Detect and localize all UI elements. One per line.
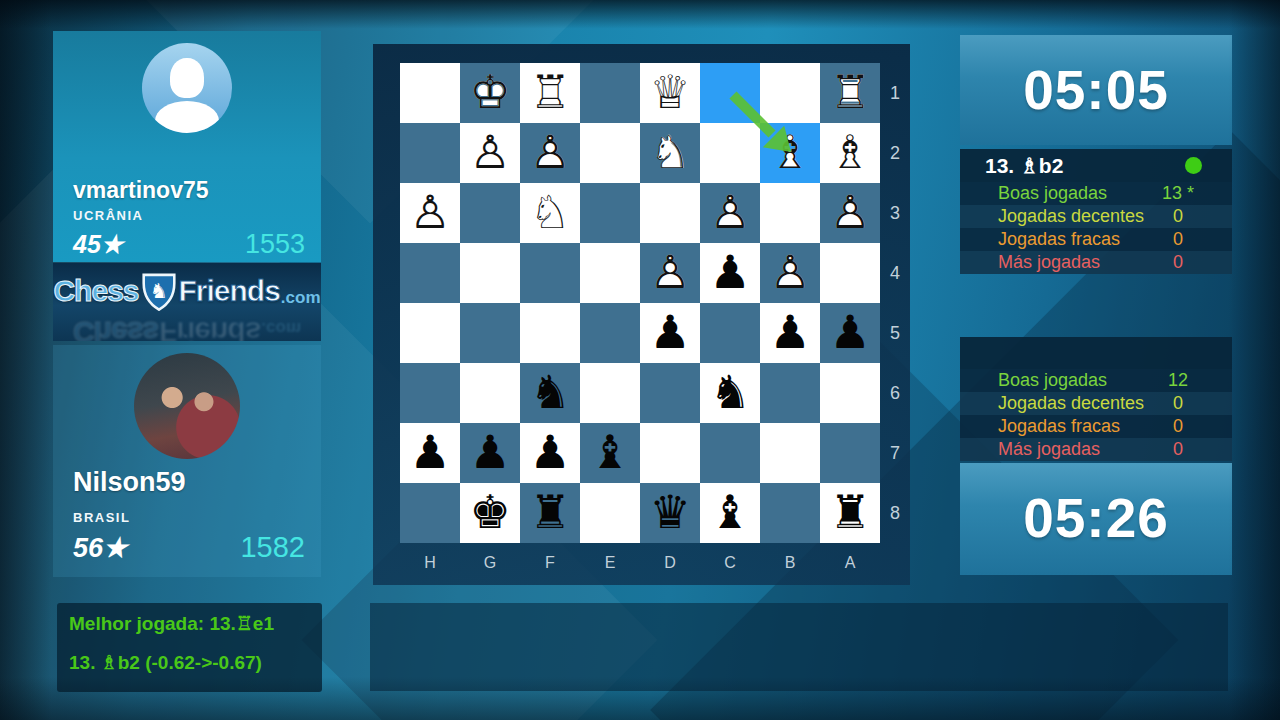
- board-squares: ♚♔♜♖♛♕♜♖♟♙♟♙♞♘♝♗♝♗♟♙♞♘♟♙♟♙♟♙♟♟♙♟♟♟♞♞♟♟♟♝…: [400, 63, 880, 543]
- player-name-black: Nilson59: [73, 467, 186, 498]
- piece-bQ-d8[interactable]: ♛: [640, 483, 700, 543]
- piece-wR-a1[interactable]: ♜♖: [820, 63, 880, 123]
- avatar-placeholder-icon: [142, 43, 232, 133]
- player-rating-black: 1582: [240, 531, 305, 564]
- file-label-B: B: [760, 543, 820, 585]
- piece-wP-f2[interactable]: ♟♙: [520, 123, 580, 183]
- message-bar: [370, 603, 1228, 691]
- last-move-row: 13. ♗b2: [960, 149, 1232, 182]
- file-label-G: G: [460, 543, 520, 585]
- file-label-F: F: [520, 543, 580, 585]
- stats-rows-white: Boas jogadas13 *Jogadas decentes0Jogadas…: [960, 182, 1232, 274]
- player-country-black: BRASIL: [73, 510, 130, 525]
- square-b1[interactable]: [760, 63, 820, 123]
- piece-bP-d5[interactable]: ♟: [640, 303, 700, 363]
- square-f4[interactable]: [520, 243, 580, 303]
- rank-label-5: 5: [880, 303, 910, 363]
- player-rating-row-black: 56★ 1582: [73, 531, 305, 564]
- file-label-A: A: [820, 543, 880, 585]
- move-stats-black: Boas jogadas12Jogadas decentes0Jogadas f…: [960, 337, 1232, 461]
- good-move-dot-icon: [1185, 157, 1202, 174]
- stat-value: 0: [1145, 251, 1211, 274]
- player-card-black: Nilson59 BRASIL 56★ 1582: [53, 345, 321, 577]
- piece-bP-g7[interactable]: ♟: [460, 423, 520, 483]
- piece-bB-c8[interactable]: ♝: [700, 483, 760, 543]
- piece-wQ-d1[interactable]: ♛♕: [640, 63, 700, 123]
- stat-value: 0: [1145, 438, 1211, 461]
- square-d3[interactable]: [640, 183, 700, 243]
- player-card-white: vmartinov75 UCRÂNIA 45★ 1553: [53, 31, 321, 262]
- stat-row-jogadas-decentes: Jogadas decentes0: [960, 392, 1232, 415]
- stat-label: Jogadas fracas: [960, 229, 1120, 249]
- site-logo: Chess ♞ Friends .com: [53, 271, 321, 311]
- stat-label: Boas jogadas: [960, 370, 1107, 390]
- piece-wN-f3[interactable]: ♞♘: [520, 183, 580, 243]
- square-h5[interactable]: [400, 303, 460, 363]
- piece-bR-f8[interactable]: ♜: [520, 483, 580, 543]
- stat-label: Más jogadas: [960, 252, 1100, 272]
- rank-label-7: 7: [880, 423, 910, 483]
- square-h2[interactable]: [400, 123, 460, 183]
- file-label-E: E: [580, 543, 640, 585]
- logo-word-friends: Friends: [179, 274, 280, 308]
- square-a4[interactable]: [820, 243, 880, 303]
- piece-wR-f1[interactable]: ♜♖: [520, 63, 580, 123]
- player-rating-white: 1553: [245, 229, 305, 260]
- move-stats-white: 13. ♗b2 Boas jogadas13 *Jogadas decentes…: [960, 149, 1232, 274]
- stat-label: Boas jogadas: [960, 183, 1107, 203]
- analysis-box: Melhor jogada: 13.♖e1 13. ♗b2 (-0.62->-0…: [57, 603, 322, 692]
- app-window: vmartinov75 UCRÂNIA 45★ 1553 Chess ♞ Fri…: [0, 0, 1280, 720]
- stat-row-jogadas-fracas: Jogadas fracas0: [960, 415, 1232, 438]
- stat-row-más-jogadas: Más jogadas0: [960, 251, 1232, 274]
- square-g4[interactable]: [460, 243, 520, 303]
- piece-bP-a5[interactable]: ♟: [820, 303, 880, 363]
- square-b7[interactable]: [760, 423, 820, 483]
- square-h8[interactable]: [400, 483, 460, 543]
- square-a6[interactable]: [820, 363, 880, 423]
- player-country-white: UCRÂNIA: [73, 208, 143, 223]
- file-labels: HGFEDCBA: [400, 543, 880, 585]
- avatar-head-shape: [170, 58, 204, 98]
- square-e6[interactable]: [580, 363, 640, 423]
- piece-wN-d2[interactable]: ♞♘: [640, 123, 700, 183]
- stat-row-boas-jogadas: Boas jogadas12: [960, 369, 1232, 392]
- piece-bP-c4[interactable]: ♟: [700, 243, 760, 303]
- square-h1[interactable]: [400, 63, 460, 123]
- stats-header-empty: [960, 337, 1232, 369]
- piece-bP-b5[interactable]: ♟: [760, 303, 820, 363]
- file-label-C: C: [700, 543, 760, 585]
- square-c7[interactable]: [700, 423, 760, 483]
- piece-bN-c6[interactable]: ♞: [700, 363, 760, 423]
- logo-word-chess: Chess: [53, 274, 138, 308]
- rank-label-1: 1: [880, 63, 910, 123]
- chess-board: ♚♔♜♖♛♕♜♖♟♙♟♙♞♘♝♗♝♗♟♙♞♘♟♙♟♙♟♙♟♟♙♟♟♟♞♞♟♟♟♝…: [373, 44, 910, 585]
- player-stars-white: 45★: [73, 230, 123, 259]
- piece-wP-a3[interactable]: ♟♙: [820, 183, 880, 243]
- stat-value: 13 *: [1145, 182, 1211, 205]
- piece-bP-h7[interactable]: ♟: [400, 423, 460, 483]
- piece-wP-c3[interactable]: ♟♙: [700, 183, 760, 243]
- stat-value: 0: [1145, 228, 1211, 251]
- stat-value: 0: [1145, 415, 1211, 438]
- svg-text:♞: ♞: [149, 279, 167, 303]
- best-move-line: Melhor jogada: 13.♖e1: [69, 613, 314, 635]
- piece-bR-a8[interactable]: ♜: [820, 483, 880, 543]
- square-g5[interactable]: [460, 303, 520, 363]
- clock-black: 05:26: [960, 463, 1232, 573]
- square-e4[interactable]: [580, 243, 640, 303]
- piece-wB-b2[interactable]: ♝♗: [760, 123, 820, 183]
- square-a7[interactable]: [820, 423, 880, 483]
- file-label-H: H: [400, 543, 460, 585]
- logo-reflection: Chess Friends .com: [53, 315, 321, 341]
- square-b8[interactable]: [760, 483, 820, 543]
- stat-row-boas-jogadas: Boas jogadas13 *: [960, 182, 1232, 205]
- site-logo-strip: Chess ♞ Friends .com Chess Friends .com: [53, 263, 321, 341]
- square-b3[interactable]: [760, 183, 820, 243]
- square-d6[interactable]: [640, 363, 700, 423]
- square-e8[interactable]: [580, 483, 640, 543]
- piece-wP-g2[interactable]: ♟♙: [460, 123, 520, 183]
- stat-row-jogadas-decentes: Jogadas decentes0: [960, 205, 1232, 228]
- square-c5[interactable]: [700, 303, 760, 363]
- piece-wK-g1[interactable]: ♚♔: [460, 63, 520, 123]
- piece-bP-f7[interactable]: ♟: [520, 423, 580, 483]
- logo-suffix-com: .com: [281, 288, 321, 311]
- square-e3[interactable]: [580, 183, 640, 243]
- stats-rows-black: Boas jogadas12Jogadas decentes0Jogadas f…: [960, 369, 1232, 461]
- piece-wP-d4[interactable]: ♟♙: [640, 243, 700, 303]
- piece-wB-a2[interactable]: ♝♗: [820, 123, 880, 183]
- player-rating-row-white: 45★ 1553: [73, 229, 305, 260]
- square-g6[interactable]: [460, 363, 520, 423]
- stat-value: 0: [1145, 205, 1211, 228]
- stat-value: 12: [1145, 369, 1211, 392]
- square-e5[interactable]: [580, 303, 640, 363]
- square-h4[interactable]: [400, 243, 460, 303]
- square-g3[interactable]: [460, 183, 520, 243]
- rank-label-6: 6: [880, 363, 910, 423]
- last-move-label: 13. ♗b2: [985, 154, 1063, 177]
- logo-shield-knight-icon: ♞: [142, 271, 176, 311]
- clock-panel-white: 05:05: [960, 35, 1232, 145]
- stat-label: Jogadas fracas: [960, 416, 1120, 436]
- player-stars-black: 56★: [73, 532, 127, 564]
- square-e1[interactable]: [580, 63, 640, 123]
- rank-label-4: 4: [880, 243, 910, 303]
- piece-wP-h3[interactable]: ♟♙: [400, 183, 460, 243]
- avatar-shoulders-shape: [155, 101, 219, 133]
- player-name-white: vmartinov75: [73, 177, 209, 204]
- clock-panel-black: 05:26: [960, 463, 1232, 575]
- square-e2[interactable]: [580, 123, 640, 183]
- square-f5[interactable]: [520, 303, 580, 363]
- stat-label: Más jogadas: [960, 439, 1100, 459]
- clock-white: 05:05: [960, 35, 1232, 145]
- stat-row-jogadas-fracas: Jogadas fracas0: [960, 228, 1232, 251]
- piece-bK-g8[interactable]: ♚: [460, 483, 520, 543]
- piece-bB-e7[interactable]: ♝: [580, 423, 640, 483]
- stat-row-más-jogadas: Más jogadas0: [960, 438, 1232, 461]
- square-b6[interactable]: [760, 363, 820, 423]
- stat-value: 0: [1145, 392, 1211, 415]
- rank-label-8: 8: [880, 483, 910, 543]
- stat-label: Jogadas decentes: [960, 206, 1144, 226]
- square-h6[interactable]: [400, 363, 460, 423]
- square-d7[interactable]: [640, 423, 700, 483]
- piece-wP-b4[interactable]: ♟♙: [760, 243, 820, 303]
- rank-label-3: 3: [880, 183, 910, 243]
- square-c1[interactable]: [700, 63, 760, 123]
- rank-label-2: 2: [880, 123, 910, 183]
- stat-label: Jogadas decentes: [960, 393, 1144, 413]
- player-photo-avatar: [134, 353, 240, 459]
- square-c2[interactable]: [700, 123, 760, 183]
- file-label-D: D: [640, 543, 700, 585]
- rank-labels: 12345678: [880, 63, 910, 543]
- piece-bN-f6[interactable]: ♞: [520, 363, 580, 423]
- played-move-eval-line: 13. ♗b2 (-0.62->-0.67): [69, 652, 314, 674]
